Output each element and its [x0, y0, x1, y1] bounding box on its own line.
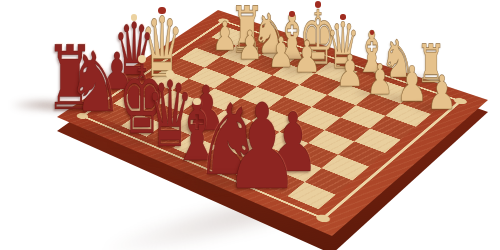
chess-piece-boxwood-pawn: ♟ [396, 60, 428, 109]
chess-set-product-photo: ♜♞♟♚♛♝♞♟♟♟♛♛♜♞♝♚♛♝♞♜♟♟♟♟♟♟♟♟ [0, 0, 500, 250]
chess-piece-boxwood-pawn: ♟ [336, 49, 364, 93]
chess-piece-boxwood-pawn: ♟ [237, 25, 263, 65]
queen-finial-ball [166, 70, 174, 78]
chess-piece-boxwood-pawn: ♟ [366, 59, 393, 101]
chess-piece-red-knight: ♞ [67, 41, 123, 124]
queen-finial-ball [158, 7, 165, 14]
bishop-finial-ball [289, 11, 294, 16]
chess-piece-boxwood-pawn: ♟ [293, 35, 321, 79]
chess-piece-red-pawn: ♟ [224, 88, 300, 206]
chess-piece-boxwood-pawn: ♟ [427, 69, 457, 116]
king-finial-ball [138, 55, 146, 63]
queen-finial-ball [340, 14, 345, 19]
king-finial-ball [315, 1, 321, 7]
